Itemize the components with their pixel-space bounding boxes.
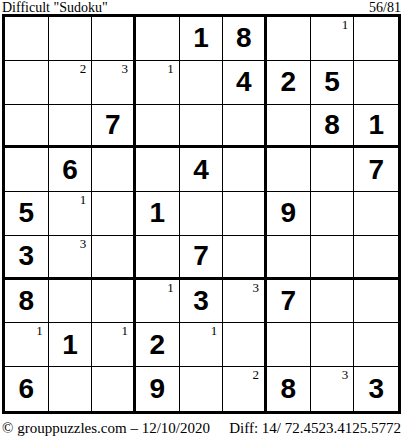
difficulty-text: Diff: 14/ 72.4523.4125.5772 [229, 421, 401, 436]
puzzle-page: Difficult "Sudoku" 56/81 181231425781647… [0, 0, 403, 437]
cell-r4c4[interactable] [136, 148, 180, 192]
pencil-mark: 1 [167, 62, 174, 76]
cell-r7c5[interactable]: 3 [180, 280, 224, 324]
cell-r3c8[interactable]: 8 [311, 105, 355, 149]
cell-r9c2[interactable] [49, 367, 93, 411]
cell-r8c8[interactable] [311, 323, 355, 367]
given-digit: 7 [267, 280, 310, 323]
given-digit: 8 [267, 367, 310, 411]
given-digit: 1 [49, 323, 92, 366]
cell-r8c9[interactable] [354, 323, 398, 367]
pencil-mark: 3 [122, 62, 129, 76]
cell-r7c7[interactable]: 7 [267, 280, 311, 324]
cell-r6c4[interactable] [136, 236, 180, 280]
given-digit: 1 [180, 17, 223, 60]
cell-r5c7[interactable]: 9 [267, 192, 311, 236]
cell-r5c2[interactable]: 1 [49, 192, 93, 236]
cell-r5c8[interactable] [311, 192, 355, 236]
given-digit: 6 [5, 367, 48, 411]
cell-r7c1[interactable]: 8 [5, 280, 49, 324]
pencil-mark: 2 [253, 368, 260, 382]
cell-r8c4[interactable]: 2 [136, 323, 180, 367]
pencil-mark: 2 [80, 62, 87, 76]
cell-r3c4[interactable] [136, 105, 180, 149]
given-digit: 9 [267, 192, 310, 235]
pencil-mark: 1 [211, 324, 218, 338]
given-digit: 7 [92, 105, 133, 146]
cell-r8c1[interactable]: 1 [5, 323, 49, 367]
cell-r9c4[interactable]: 9 [136, 367, 180, 411]
cell-r3c3[interactable]: 7 [92, 105, 136, 149]
cell-r5c1[interactable]: 5 [5, 192, 49, 236]
cell-r6c3[interactable] [92, 236, 136, 280]
cell-r7c3[interactable] [92, 280, 136, 324]
pencil-mark: 3 [80, 237, 87, 251]
cell-r6c5[interactable]: 7 [180, 236, 224, 280]
cell-r2c8[interactable]: 5 [311, 61, 355, 105]
cell-r2c7[interactable]: 2 [267, 61, 311, 105]
cell-r3c5[interactable] [180, 105, 224, 149]
cell-r9c1[interactable]: 6 [5, 367, 49, 411]
cell-r2c1[interactable] [5, 61, 49, 105]
cell-r8c2[interactable]: 1 [49, 323, 93, 367]
cell-r9c6[interactable]: 2 [223, 367, 267, 411]
cell-r2c4[interactable]: 1 [136, 61, 180, 105]
cell-r3c9[interactable]: 1 [354, 105, 398, 149]
cell-r5c4[interactable]: 1 [136, 192, 180, 236]
given-digit: 1 [136, 192, 179, 235]
empty-cell-counter: 56/81 [369, 1, 401, 14]
cell-r4c1[interactable] [5, 148, 49, 192]
pencil-mark: 1 [167, 281, 174, 295]
cell-r9c5[interactable] [180, 367, 224, 411]
given-digit: 9 [136, 367, 179, 411]
cell-r3c2[interactable] [49, 105, 93, 149]
given-digit: 7 [180, 236, 223, 277]
cell-r4c5[interactable]: 4 [180, 148, 224, 192]
cell-r7c6[interactable]: 3 [223, 280, 267, 324]
cell-r1c6[interactable]: 8 [223, 17, 267, 61]
cell-r8c5[interactable]: 1 [180, 323, 224, 367]
cell-r4c3[interactable] [92, 148, 136, 192]
given-digit: 8 [311, 105, 354, 146]
pencil-mark: 3 [342, 368, 349, 382]
given-digit: 5 [311, 61, 354, 104]
cell-r2c9[interactable] [354, 61, 398, 105]
given-digit: 3 [180, 280, 223, 323]
cell-r2c2[interactable]: 2 [49, 61, 93, 105]
cell-r1c8[interactable]: 1 [311, 17, 355, 61]
copyright-text: © grouppuzzles.com – 12/10/2020 [2, 421, 210, 436]
cell-r1c3[interactable] [92, 17, 136, 61]
cell-r3c1[interactable] [5, 105, 49, 149]
cell-r1c4[interactable] [136, 17, 180, 61]
given-digit: 4 [180, 148, 223, 191]
cell-r2c5[interactable] [180, 61, 224, 105]
cell-r6c8[interactable] [311, 236, 355, 280]
cell-r9c8[interactable]: 3 [311, 367, 355, 411]
cell-r5c3[interactable] [92, 192, 136, 236]
pencil-mark: 1 [80, 193, 87, 207]
cell-r6c9[interactable] [354, 236, 398, 280]
cell-r3c6[interactable] [223, 105, 267, 149]
cell-r8c7[interactable] [267, 323, 311, 367]
cell-r1c2[interactable] [49, 17, 93, 61]
cell-r5c9[interactable] [354, 192, 398, 236]
given-digit: 5 [5, 192, 48, 235]
given-digit: 8 [223, 17, 264, 60]
given-digit: 6 [49, 148, 92, 191]
cell-r1c9[interactable] [354, 17, 398, 61]
footer: © grouppuzzles.com – 12/10/2020 Diff: 14… [0, 421, 403, 436]
cell-r4c2[interactable]: 6 [49, 148, 93, 192]
cell-r1c7[interactable] [267, 17, 311, 61]
given-digit: 3 [5, 236, 48, 277]
cell-r6c2[interactable]: 3 [49, 236, 93, 280]
cell-r6c7[interactable] [267, 236, 311, 280]
page-title: Difficult "Sudoku" [2, 1, 108, 14]
pencil-mark: 1 [342, 18, 349, 32]
cell-r6c1[interactable]: 3 [5, 236, 49, 280]
cell-r7c4[interactable]: 1 [136, 280, 180, 324]
given-digit: 4 [223, 61, 264, 104]
cell-r7c9[interactable] [354, 280, 398, 324]
cell-r9c3[interactable] [92, 367, 136, 411]
cell-r1c5[interactable]: 1 [180, 17, 224, 61]
cell-r2c3[interactable]: 3 [92, 61, 136, 105]
given-digit: 3 [354, 367, 398, 411]
cell-r7c2[interactable] [49, 280, 93, 324]
cell-r8c3[interactable]: 1 [92, 323, 136, 367]
cell-r4c7[interactable] [267, 148, 311, 192]
given-digit: 1 [354, 105, 398, 146]
pencil-mark: 3 [253, 281, 260, 295]
cell-r4c6[interactable] [223, 148, 267, 192]
cell-r5c5[interactable] [180, 192, 224, 236]
given-digit: 2 [136, 323, 179, 366]
cell-r5c6[interactable] [223, 192, 267, 236]
cell-r6c6[interactable] [223, 236, 267, 280]
cell-r9c7[interactable]: 8 [267, 367, 311, 411]
cell-r7c8[interactable] [311, 280, 355, 324]
given-digit: 2 [267, 61, 310, 104]
cell-r2c6[interactable]: 4 [223, 61, 267, 105]
cell-r1c1[interactable] [5, 17, 49, 61]
pencil-mark: 1 [122, 324, 129, 338]
sudoku-board: 18123142578164751193378133711121692833 [2, 14, 401, 414]
cell-r8c6[interactable] [223, 323, 267, 367]
cell-r4c9[interactable]: 7 [354, 148, 398, 192]
pencil-mark: 1 [36, 324, 43, 338]
given-digit: 7 [354, 148, 398, 191]
cell-r9c9[interactable]: 3 [354, 367, 398, 411]
given-digit: 8 [5, 280, 48, 323]
cell-r3c7[interactable] [267, 105, 311, 149]
header: Difficult "Sudoku" 56/81 [0, 0, 403, 14]
cell-r4c8[interactable] [311, 148, 355, 192]
